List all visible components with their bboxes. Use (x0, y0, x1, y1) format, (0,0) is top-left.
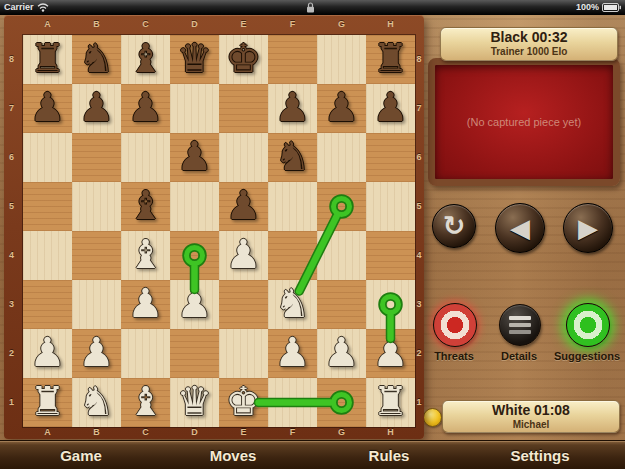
piece-white-queen-d1[interactable]: ♛ (170, 378, 219, 427)
piece-white-pawn-e4[interactable]: ♟ (219, 231, 268, 280)
captured-tray-placeholder: (No captured piece yet) (467, 116, 581, 128)
square-a4[interactable] (23, 231, 72, 280)
toolbar-game-button[interactable]: Game (60, 447, 102, 464)
file-label-top-b: B (72, 19, 121, 29)
file-label-top-a: A (23, 19, 72, 29)
piece-black-knight-b8[interactable]: ♞ (72, 35, 121, 84)
flip-board-icon: ↻ (443, 210, 466, 241)
battery-icon (602, 3, 621, 12)
piece-white-pawn-f2[interactable]: ♟ (268, 329, 317, 378)
square-e2[interactable] (219, 329, 268, 378)
piece-black-knight-f6[interactable]: ♞ (268, 133, 317, 182)
file-label-bottom-f: F (268, 427, 317, 437)
details-label: Details (501, 350, 537, 362)
piece-white-bishop-c1[interactable]: ♝ (121, 378, 170, 427)
piece-black-pawn-h7[interactable]: ♟ (366, 84, 415, 133)
square-b5[interactable] (72, 182, 121, 231)
wifi-icon (37, 3, 49, 12)
piece-black-pawn-g7[interactable]: ♟ (317, 84, 366, 133)
rank-label-right-3: 3 (414, 280, 424, 329)
white-player-label: Michael (443, 419, 619, 430)
file-label-bottom-g: G (317, 427, 366, 437)
square-b6[interactable] (72, 133, 121, 182)
rank-label-left-7: 7 (5, 84, 18, 133)
details-button[interactable] (499, 304, 541, 346)
square-g3[interactable] (317, 280, 366, 329)
back-move-button[interactable]: ◀ (495, 203, 545, 253)
file-label-top-e: E (219, 19, 268, 29)
rank-label-right-8: 8 (414, 35, 424, 84)
rank-label-left-6: 6 (5, 133, 18, 182)
file-label-bottom-b: B (72, 427, 121, 437)
piece-black-rook-h8[interactable]: ♜ (366, 35, 415, 84)
square-a3[interactable] (23, 280, 72, 329)
square-d2[interactable] (170, 329, 219, 378)
captured-pieces-tray: (No captured piece yet) (428, 58, 620, 186)
piece-black-pawn-a7[interactable]: ♟ (23, 84, 72, 133)
piece-white-king-e1[interactable]: ♚ (219, 378, 268, 427)
piece-white-rook-h1[interactable]: ♜ (366, 378, 415, 427)
piece-white-rook-a1[interactable]: ♜ (23, 378, 72, 427)
rank-label-left-2: 2 (5, 329, 18, 378)
piece-black-bishop-c5[interactable]: ♝ (121, 182, 170, 231)
bottom-toolbar: Game Moves Rules Settings (0, 440, 625, 469)
square-d7[interactable] (170, 84, 219, 133)
file-label-bottom-h: H (366, 427, 415, 437)
square-e6[interactable] (219, 133, 268, 182)
piece-white-pawn-c3[interactable]: ♟ (121, 280, 170, 329)
suggestions-label: Suggestions (554, 350, 620, 362)
square-a5[interactable] (23, 182, 72, 231)
rank-label-right-4: 4 (414, 231, 424, 280)
square-f8[interactable] (268, 35, 317, 84)
file-label-bottom-e: E (219, 427, 268, 437)
square-h6[interactable] (366, 133, 415, 182)
black-player-label: Trainer 1000 Elo (441, 46, 617, 57)
black-clock-plaque: Black 00:32 Trainer 1000 Elo (440, 27, 618, 61)
square-d4[interactable] (170, 231, 219, 280)
piece-white-pawn-b2[interactable]: ♟ (72, 329, 121, 378)
threats-label: Threats (434, 350, 474, 362)
square-e7[interactable] (219, 84, 268, 133)
details-list-icon (509, 316, 531, 320)
threats-toggle-button[interactable] (433, 303, 477, 347)
piece-black-queen-d8[interactable]: ♛ (170, 35, 219, 84)
square-g6[interactable] (317, 133, 366, 182)
square-f4[interactable] (268, 231, 317, 280)
piece-white-knight-b1[interactable]: ♞ (72, 378, 121, 427)
file-label-top-d: D (170, 19, 219, 29)
rank-label-left-1: 1 (5, 378, 18, 427)
file-label-bottom-d: D (170, 427, 219, 437)
piece-black-pawn-c7[interactable]: ♟ (121, 84, 170, 133)
square-a6[interactable] (23, 133, 72, 182)
square-d5[interactable] (170, 182, 219, 231)
square-b4[interactable] (72, 231, 121, 280)
piece-black-pawn-b7[interactable]: ♟ (72, 84, 121, 133)
carrier-label: Carrier (4, 0, 34, 15)
suggestions-toggle-button[interactable] (566, 303, 610, 347)
chess-board-frame: AABBCCDDEEFFGGHH8877665544332211 ♜♞♝♛♚♜♟… (4, 15, 424, 439)
file-label-top-g: G (317, 19, 366, 29)
square-g8[interactable] (317, 35, 366, 84)
file-label-top-c: C (121, 19, 170, 29)
piece-black-king-e8[interactable]: ♚ (219, 35, 268, 84)
rank-label-left-8: 8 (5, 35, 18, 84)
square-f1[interactable] (268, 378, 317, 427)
piece-white-knight-f3[interactable]: ♞ (268, 280, 317, 329)
rank-label-right-5: 5 (414, 182, 424, 231)
piece-white-bishop-c4[interactable]: ♝ (121, 231, 170, 280)
rank-label-right-2: 2 (414, 329, 424, 378)
forward-move-icon: ▶ (578, 213, 598, 243)
square-h4[interactable] (366, 231, 415, 280)
flip-board-button[interactable]: ↻ (432, 204, 476, 248)
piece-white-pawn-h2[interactable]: ♟ (366, 329, 415, 378)
battery-percent-label: 100% (576, 0, 599, 15)
file-label-bottom-c: C (121, 427, 170, 437)
piece-black-pawn-d6[interactable]: ♟ (170, 133, 219, 182)
square-c6[interactable] (121, 133, 170, 182)
white-clock-label: White 01:08 (443, 402, 619, 419)
square-b3[interactable] (72, 280, 121, 329)
square-f5[interactable] (268, 182, 317, 231)
piece-black-rook-a8[interactable]: ♜ (23, 35, 72, 84)
piece-black-pawn-f7[interactable]: ♟ (268, 84, 317, 133)
square-h5[interactable] (366, 182, 415, 231)
rank-label-right-1: 1 (414, 378, 424, 427)
piece-white-pawn-d3[interactable]: ♟ (170, 280, 219, 329)
lock-icon (306, 2, 315, 13)
toolbar-moves-button[interactable]: Moves (210, 447, 257, 464)
white-clock-plaque: White 01:08 Michael (442, 400, 620, 433)
forward-move-button[interactable]: ▶ (563, 203, 613, 253)
square-g4[interactable] (317, 231, 366, 280)
square-c2[interactable] (121, 329, 170, 378)
file-label-bottom-a: A (23, 427, 72, 437)
file-label-top-h: H (366, 19, 415, 29)
square-g1[interactable] (317, 378, 366, 427)
file-label-top-f: F (268, 19, 317, 29)
square-g5[interactable] (317, 182, 366, 231)
toolbar-settings-button[interactable]: Settings (510, 447, 569, 464)
rank-label-right-7: 7 (414, 84, 424, 133)
piece-black-pawn-e5[interactable]: ♟ (219, 182, 268, 231)
white-turn-indicator (423, 408, 442, 427)
piece-white-pawn-a2[interactable]: ♟ (23, 329, 72, 378)
rank-label-left-5: 5 (5, 182, 18, 231)
square-e3[interactable] (219, 280, 268, 329)
rank-label-right-6: 6 (414, 133, 424, 182)
rank-label-left-3: 3 (5, 280, 18, 329)
square-h3[interactable] (366, 280, 415, 329)
toolbar-rules-button[interactable]: Rules (369, 447, 410, 464)
black-clock-label: Black 00:32 (441, 29, 617, 46)
piece-white-pawn-g2[interactable]: ♟ (317, 329, 366, 378)
rank-label-left-4: 4 (5, 231, 18, 280)
piece-black-bishop-c8[interactable]: ♝ (121, 35, 170, 84)
back-move-icon: ◀ (510, 213, 530, 243)
status-bar: Carrier 100% (0, 0, 625, 15)
